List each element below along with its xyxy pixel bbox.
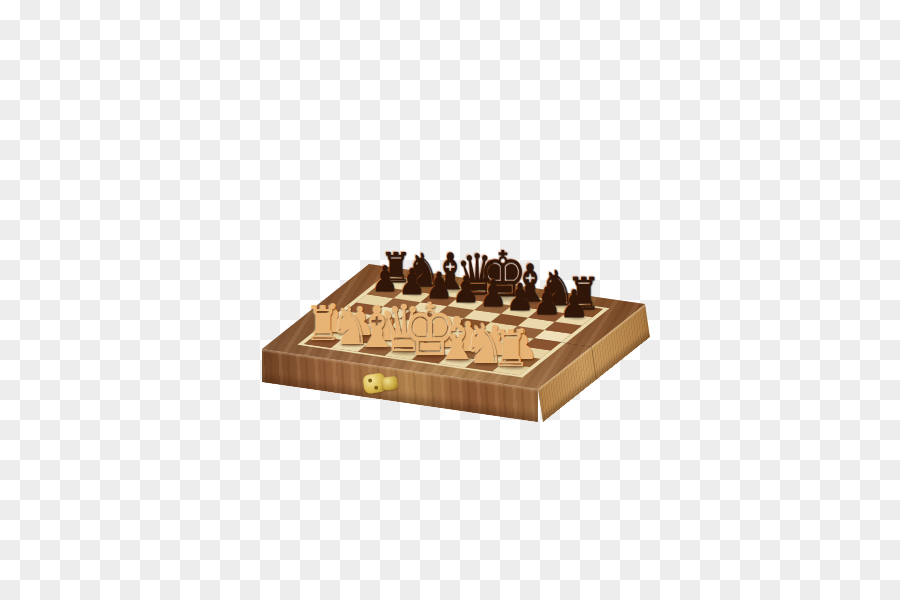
piece-white-rook-h1[interactable]: ♜ (492, 324, 531, 375)
piece-black-pawn-g7[interactable]: ♟ (532, 282, 561, 320)
brass-clasp-hook (382, 376, 399, 391)
piece-black-pawn-e7[interactable]: ♟ (479, 275, 507, 312)
piece-black-pawn-h7[interactable]: ♟ (559, 286, 588, 324)
fold-seam-side (591, 346, 596, 379)
pieces-layer: ♜♞♝♛♚♝♞♜♟♟♟♟♟♟♟♟♟♟♟♟♟♟♟♟♜♞♝♛♚♝♞♜ (0, 0, 900, 600)
brass-clasp (356, 365, 407, 407)
piece-black-pawn-f7[interactable]: ♟ (506, 279, 535, 316)
transparent-checker-background: ♜♞♝♛♚♝♞♜♟♟♟♟♟♟♟♟♟♟♟♟♟♟♟♟♜♞♝♛♚♝♞♜ (0, 0, 900, 600)
